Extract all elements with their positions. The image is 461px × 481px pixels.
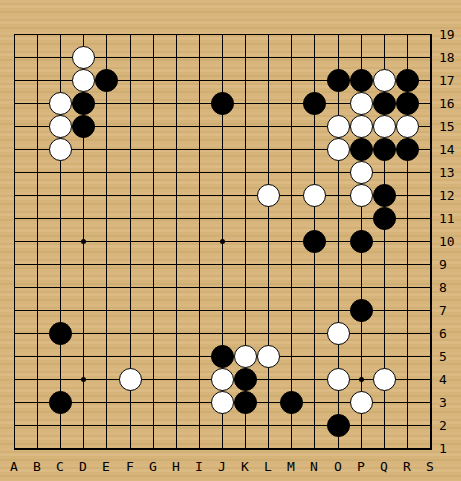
stone-white-N12 [303,184,326,207]
stone-black-K3 [234,391,257,414]
stone-white-F4 [119,368,142,391]
col-label-M: M [282,459,300,474]
grid-line-vertical [291,34,292,449]
col-label-S: S [421,459,439,474]
stone-white-K5 [234,345,257,368]
col-label-N: N [305,459,323,474]
stone-white-Q17 [373,69,396,92]
star-point-J10 [220,239,225,244]
stone-black-Q14 [373,138,396,161]
stone-black-N10 [303,230,326,253]
stone-white-P15 [350,115,373,138]
col-label-Q: Q [375,459,393,474]
stone-white-R15 [396,115,419,138]
stone-white-Q15 [373,115,396,138]
col-label-J: J [213,459,231,474]
stone-black-K4 [234,368,257,391]
row-label-7: 7 [439,303,461,318]
col-label-C: C [51,459,69,474]
grid-line-horizontal [14,333,431,334]
row-label-17: 17 [439,73,461,88]
stone-black-Q12 [373,184,396,207]
stone-white-C16 [49,92,72,115]
row-label-19: 19 [439,27,461,42]
grid-line-horizontal [14,448,431,449]
row-label-1: 1 [439,441,461,456]
stone-black-Q11 [373,207,396,230]
stone-black-R17 [396,69,419,92]
stone-white-D18 [72,46,95,69]
grid-line-horizontal [14,425,431,426]
row-label-18: 18 [439,50,461,65]
stone-white-L12 [257,184,280,207]
col-label-H: H [167,459,185,474]
star-point-D4 [81,377,86,382]
stone-black-P14 [350,138,373,161]
stone-white-C15 [49,115,72,138]
row-label-9: 9 [439,257,461,272]
stone-black-N16 [303,92,326,115]
stone-black-C3 [49,391,72,414]
col-label-L: L [259,459,277,474]
go-board-grid[interactable] [14,34,430,448]
col-label-O: O [329,459,347,474]
stone-white-P13 [350,161,373,184]
col-label-R: R [398,459,416,474]
row-label-14: 14 [439,142,461,157]
row-label-8: 8 [439,280,461,295]
grid-line-vertical [268,34,269,449]
stone-white-P3 [350,391,373,414]
stone-black-J5 [211,345,234,368]
stone-black-J16 [211,92,234,115]
grid-line-vertical [430,34,431,449]
stone-black-P17 [350,69,373,92]
stone-black-E17 [95,69,118,92]
star-point-D10 [81,239,86,244]
go-board-diagram: ABCDEFGHIJKLMNOPQRS191817161514131211109… [0,0,461,481]
row-label-10: 10 [439,234,461,249]
stone-black-D15 [72,115,95,138]
stone-white-O6 [327,322,350,345]
col-label-I: I [190,459,208,474]
stone-white-O4 [327,368,350,391]
stone-black-C6 [49,322,72,345]
stone-white-Q4 [373,368,396,391]
col-label-A: A [5,459,23,474]
stone-white-J3 [211,391,234,414]
col-label-D: D [74,459,92,474]
stone-black-R16 [396,92,419,115]
stone-black-Q16 [373,92,396,115]
col-label-K: K [236,459,254,474]
grid-line-horizontal [14,264,431,265]
stone-white-P16 [350,92,373,115]
stone-white-P12 [350,184,373,207]
row-label-11: 11 [439,211,461,226]
row-label-3: 3 [439,395,461,410]
col-label-F: F [121,459,139,474]
row-label-15: 15 [439,119,461,134]
stone-black-R14 [396,138,419,161]
stone-black-O17 [327,69,350,92]
row-label-4: 4 [439,372,461,387]
stone-black-O2 [327,414,350,437]
col-label-G: G [144,459,162,474]
col-label-P: P [352,459,370,474]
stone-black-M3 [280,391,303,414]
stone-black-P10 [350,230,373,253]
stone-white-J4 [211,368,234,391]
row-label-5: 5 [439,349,461,364]
stone-white-D17 [72,69,95,92]
row-label-13: 13 [439,165,461,180]
stone-white-L5 [257,345,280,368]
stone-black-P7 [350,299,373,322]
stone-black-D16 [72,92,95,115]
stone-white-C14 [49,138,72,161]
col-label-B: B [28,459,46,474]
row-label-6: 6 [439,326,461,341]
star-point-P4 [359,377,364,382]
grid-line-horizontal [14,287,431,288]
stone-white-O14 [327,138,350,161]
row-label-12: 12 [439,188,461,203]
stone-white-O15 [327,115,350,138]
row-label-2: 2 [439,418,461,433]
row-label-16: 16 [439,96,461,111]
col-label-E: E [97,459,115,474]
